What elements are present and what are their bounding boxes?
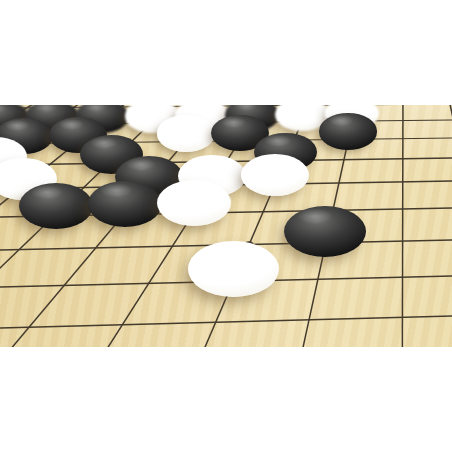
- white-stone: [241, 154, 309, 196]
- go-board-photo-frame: [0, 0, 452, 452]
- stones-layer: [0, 105, 452, 347]
- bottom-white-margin: [0, 347, 452, 452]
- black-stone: [88, 181, 163, 227]
- top-white-margin: [0, 0, 452, 105]
- white-stone: [157, 180, 232, 226]
- white-stone: [188, 241, 279, 297]
- go-board-photo: [0, 105, 452, 347]
- black-stone: [319, 113, 377, 149]
- white-stone: [157, 115, 215, 151]
- black-stone: [284, 206, 366, 257]
- black-stone: [19, 183, 94, 229]
